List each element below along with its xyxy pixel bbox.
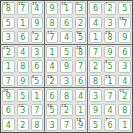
cage-sum-label: 21 — [32, 2, 37, 6]
cell-r2c5[interactable]: 6 — [59, 16, 74, 31]
cell-r6c5[interactable]: 3 — [59, 74, 74, 89]
cell-r8c5[interactable]: 232 — [59, 103, 74, 118]
solution-digit: 1 — [20, 18, 25, 28]
cell-box: 123 — [17, 104, 30, 117]
cell-box: 102 — [118, 89, 131, 102]
cell-box: 3 — [118, 60, 131, 73]
cell-r1c3[interactable]: 214 — [30, 1, 45, 16]
cage-sum-label: 5 — [32, 31, 35, 35]
cell-r6c9[interactable]: 4 — [117, 74, 132, 89]
cage-sum-label: 17 — [18, 2, 23, 6]
cage-sum-label: 24 — [3, 89, 8, 93]
cell-box: 3 — [89, 89, 102, 102]
cell-r4c5[interactable]: 5 — [59, 45, 74, 60]
cell-box: 1 — [46, 46, 59, 59]
cell-box: 1 — [2, 60, 15, 73]
cell-r4c3[interactable]: 3 — [30, 45, 45, 60]
cell-r3c7[interactable]: 1 — [88, 30, 103, 45]
cell-r3c6[interactable]: 305 — [74, 30, 89, 45]
cell-r8c6[interactable]: 1 — [74, 103, 89, 118]
solution-digit: 3 — [49, 120, 54, 130]
cell-r3c9[interactable]: 9 — [117, 30, 132, 45]
cell-r9c2[interactable]: 2 — [16, 117, 31, 132]
cell-box: 4 — [104, 104, 117, 117]
cell-box: 177 — [46, 31, 59, 43]
cell-r6c6[interactable]: 6 — [74, 74, 89, 89]
cell-r6c3[interactable]: 65 — [30, 74, 45, 89]
cell-box: 238 — [2, 2, 15, 15]
cell-box: 7 — [31, 104, 43, 117]
solution-digit: 5 — [34, 76, 39, 86]
solution-digit: 6 — [49, 91, 54, 101]
cell-r9c4[interactable]: 3 — [45, 117, 60, 132]
cell-r9c1[interactable]: 4 — [1, 117, 16, 132]
solution-digit: 9 — [122, 32, 127, 42]
cell-box: 9 — [89, 104, 102, 117]
cell-r8c4[interactable]: 165 — [45, 103, 60, 118]
cell-box: 2 — [17, 118, 30, 131]
cell-r1c2[interactable]: 177 — [16, 1, 31, 16]
solution-digit: 5 — [122, 3, 127, 13]
solution-digit: 4 — [122, 76, 127, 86]
solution-digit: 4 — [6, 120, 11, 130]
cell-box: 76 — [104, 118, 117, 131]
cell-r1c1[interactable]: 238 — [1, 1, 16, 16]
solution-digit: 7 — [108, 91, 113, 101]
cage-sum-label: 24 — [76, 46, 81, 50]
cell-r6c4[interactable]: 192 — [45, 74, 60, 89]
cell-r7c5[interactable]: 8 — [59, 88, 74, 103]
cell-r1c7[interactable]: 6 — [88, 1, 103, 16]
cage-sum-label: 16 — [119, 17, 124, 21]
cell-box: 167 — [118, 17, 131, 30]
cell-r1c9[interactable]: 5 — [117, 1, 132, 16]
cell-r4c7[interactable]: 7 — [88, 45, 103, 60]
cell-r3c2[interactable]: 6 — [16, 30, 31, 45]
solution-digit: 1 — [34, 91, 39, 101]
solution-digit: 9 — [20, 76, 25, 86]
cell-box: 6 — [118, 46, 131, 59]
cell-r2c7[interactable]: 4 — [88, 16, 103, 31]
cell-box: 5 — [17, 89, 30, 102]
cell-r2c8[interactable]: 3 — [103, 16, 118, 31]
cage-sum-label: 7 — [105, 2, 108, 6]
solution-digit: 7 — [64, 120, 69, 130]
cell-box: 85 — [104, 60, 117, 73]
cell-box: 214 — [31, 2, 43, 15]
solution-digit: 2 — [93, 61, 98, 71]
solution-digit: 6 — [78, 76, 83, 86]
cell-box: 8 — [46, 17, 59, 30]
cell-r5c8[interactable]: 85 — [103, 59, 118, 74]
cell-box: 2 — [75, 17, 87, 30]
solution-digit: 1 — [49, 47, 54, 57]
cell-box: 4 — [75, 89, 87, 102]
solution-digit: 5 — [64, 47, 69, 57]
cell-box: 2 — [89, 60, 102, 73]
solution-digit: 1 — [93, 32, 98, 42]
killer-sudoku-board: 2381772149151636725519862431673652177430… — [0, 0, 133, 133]
cell-r9c3[interactable]: 8 — [30, 117, 45, 132]
cell-r4c6[interactable]: 248 — [74, 45, 89, 60]
cell-box: 3 — [104, 17, 117, 30]
cell-r5c6[interactable]: 7 — [74, 59, 89, 74]
cell-box: 5 — [89, 118, 102, 131]
solution-digit: 8 — [20, 61, 25, 71]
cell-box: 52 — [31, 31, 43, 43]
cell-box: 8 — [89, 75, 102, 87]
cell-r4c2[interactable]: 4 — [16, 45, 31, 60]
cell-r5c3[interactable]: 6 — [30, 59, 45, 74]
cell-r5c5[interactable]: 9 — [59, 59, 74, 74]
cell-box: 6 — [60, 17, 73, 30]
solution-digit: 3 — [34, 47, 39, 57]
cell-box: 5 — [118, 2, 131, 15]
cell-box: 1 — [17, 17, 30, 30]
solution-digit: 5 — [20, 91, 25, 101]
solution-digit: 9 — [108, 47, 113, 57]
cell-r7c4[interactable]: 6 — [45, 88, 60, 103]
cell-box: 249 — [2, 89, 15, 102]
cell-r5c4[interactable]: 4 — [45, 59, 60, 74]
solution-digit: 5 — [6, 18, 11, 28]
solution-digit: 7 — [6, 76, 11, 86]
cell-r8c9[interactable]: 8 — [117, 103, 132, 118]
cell-box: 131 — [104, 75, 117, 87]
solution-digit: 5 — [93, 120, 98, 130]
solution-digit: 8 — [34, 120, 39, 130]
solution-digit: 2 — [20, 120, 25, 130]
cell-r4c8[interactable]: 9 — [103, 45, 118, 60]
cell-r5c9[interactable]: 3 — [117, 59, 132, 74]
cell-r7c1[interactable]: 249 — [1, 88, 16, 103]
solution-digit: 4 — [108, 105, 113, 115]
cell-r6c8[interactable]: 131 — [103, 74, 118, 89]
cage-sum-label: 14 — [76, 118, 81, 122]
cage-sum-label: 8 — [105, 60, 108, 64]
solution-digit: 6 — [20, 32, 25, 42]
solution-digit: 3 — [78, 3, 83, 13]
cell-r8c2[interactable]: 123 — [16, 103, 31, 118]
solution-digit: 8 — [49, 18, 54, 28]
cage-sum-label: 16 — [47, 104, 52, 108]
cell-r1c4[interactable]: 9 — [45, 1, 60, 16]
cell-box: 1 — [75, 104, 87, 117]
cell-r1c6[interactable]: 63 — [74, 1, 89, 16]
cell-box: 305 — [75, 31, 87, 43]
cell-box: 5 — [60, 46, 73, 59]
cell-r8c7[interactable]: 9 — [88, 103, 103, 118]
cell-r5c1[interactable]: 1 — [1, 59, 16, 74]
cage-sum-label: 30 — [76, 31, 81, 35]
solution-digit: 6 — [93, 3, 98, 13]
cell-box: 72 — [104, 2, 117, 15]
cell-box: 3 — [2, 31, 15, 43]
cell-box: 6 — [89, 2, 102, 15]
cell-r2c3[interactable]: 9 — [30, 16, 45, 31]
solution-digit: 3 — [108, 18, 113, 28]
cell-box: 232 — [60, 104, 73, 117]
cell-box: 149 — [75, 118, 87, 131]
solution-digit: 6 — [6, 105, 11, 115]
cage-sum-label: 12 — [18, 104, 23, 108]
cell-box: 1 — [31, 89, 43, 102]
solution-digit: 1 — [78, 105, 83, 115]
cell-r2c6[interactable]: 2 — [74, 16, 89, 31]
cell-r1c5[interactable]: 151 — [59, 1, 74, 16]
cell-r3c5[interactable]: 4 — [59, 30, 74, 45]
solution-digit: 2 — [108, 3, 113, 13]
cell-r8c8[interactable]: 4 — [103, 103, 118, 118]
solution-digit: 4 — [78, 91, 83, 101]
cell-box: 3 — [31, 46, 43, 59]
cell-box: 9 — [31, 17, 43, 30]
cell-box: 177 — [17, 2, 30, 15]
cage-sum-label: 23 — [3, 2, 8, 6]
solution-digit: 7 — [93, 47, 98, 57]
cell-r8c1[interactable]: 6 — [1, 103, 16, 118]
cage-sum-label: 17 — [47, 31, 52, 35]
cell-r7c2[interactable]: 5 — [16, 88, 31, 103]
cell-r9c7[interactable]: 5 — [88, 117, 103, 132]
cell-r3c4[interactable]: 177 — [45, 30, 60, 45]
cell-box: 65 — [31, 75, 43, 87]
solution-digit: 2 — [78, 18, 83, 28]
cage-sum-label: 27 — [3, 46, 8, 50]
cell-r7c6[interactable]: 4 — [74, 88, 89, 103]
cell-r4c4[interactable]: 1 — [45, 45, 60, 60]
cell-box: 4 — [46, 60, 59, 73]
cell-box: 272 — [2, 46, 15, 59]
cage-sum-label: 6 — [76, 2, 79, 6]
cell-r7c7[interactable]: 3 — [88, 88, 103, 103]
solution-digit: 4 — [49, 61, 54, 71]
cell-box: 7 — [75, 60, 87, 73]
cell-r3c1[interactable]: 3 — [1, 30, 16, 45]
cell-box: 6 — [75, 75, 87, 87]
cell-box: 165 — [46, 104, 59, 117]
solution-digit: 3 — [122, 61, 127, 71]
cage-sum-label: 23 — [105, 31, 110, 35]
cell-box: 3 — [46, 118, 59, 131]
cell-box: 4 — [89, 17, 102, 30]
cell-r7c9[interactable]: 102 — [117, 88, 132, 103]
cell-box: 151 — [60, 2, 73, 15]
cell-r8c3[interactable]: 7 — [30, 103, 45, 118]
cage-sum-label: 15 — [61, 2, 66, 6]
cell-r6c7[interactable]: 8 — [88, 74, 103, 89]
cell-r3c3[interactable]: 52 — [30, 30, 45, 45]
cell-box: 9 — [104, 46, 117, 59]
solution-digit: 9 — [93, 105, 98, 115]
solution-digit: 9 — [64, 61, 69, 71]
cage-sum-label: 13 — [105, 75, 110, 79]
cell-r5c2[interactable]: 8 — [16, 59, 31, 74]
cell-box: 7 — [2, 75, 15, 87]
solution-digit: 6 — [122, 47, 127, 57]
cell-box: 9 — [17, 75, 30, 87]
cage-sum-label: 23 — [61, 104, 66, 108]
cell-r3c8[interactable]: 238 — [103, 30, 118, 45]
solution-digit: 4 — [64, 32, 69, 42]
cell-r2c9[interactable]: 167 — [117, 16, 132, 31]
solution-digit: 8 — [122, 105, 127, 115]
cell-box: 6 — [17, 31, 30, 43]
cell-box: 7 — [104, 89, 117, 102]
solution-digit: 4 — [20, 47, 25, 57]
solution-digit: 1 — [6, 61, 11, 71]
cell-r1c8[interactable]: 72 — [103, 1, 118, 16]
cell-box: 8 — [118, 104, 131, 117]
solution-digit: 3 — [93, 91, 98, 101]
cell-r7c8[interactable]: 7 — [103, 88, 118, 103]
cage-sum-label: 6 — [32, 75, 35, 79]
cell-box: 6 — [31, 60, 43, 73]
cage-sum-label: 19 — [47, 75, 52, 79]
solution-digit: 6 — [34, 61, 39, 71]
cell-r2c1[interactable]: 5 — [1, 16, 16, 31]
cage-sum-label: 10 — [119, 89, 124, 93]
cell-box: 4 — [60, 31, 73, 43]
cell-box: 63 — [75, 2, 87, 15]
cell-box: 9 — [118, 31, 131, 43]
solution-digit: 8 — [93, 76, 98, 86]
cell-r7c3[interactable]: 1 — [30, 88, 45, 103]
cell-box: 5 — [2, 17, 15, 30]
cell-box: 7 — [60, 118, 73, 131]
solution-digit: 4 — [93, 18, 98, 28]
cell-box: 8 — [31, 118, 43, 131]
cell-box: 8 — [17, 60, 30, 73]
cell-box: 192 — [46, 75, 59, 87]
solution-digit: 8 — [64, 91, 69, 101]
cell-r9c8[interactable]: 76 — [103, 117, 118, 132]
solution-digit: 1 — [122, 120, 127, 130]
cell-box: 1 — [118, 118, 131, 131]
solution-digit: 3 — [64, 76, 69, 86]
solution-digit: 3 — [6, 32, 11, 42]
solution-digit: 6 — [64, 18, 69, 28]
cell-box: 4 — [2, 118, 15, 131]
cell-box: 8 — [60, 89, 73, 102]
cell-r2c2[interactable]: 1 — [16, 16, 31, 31]
cell-r4c1[interactable]: 272 — [1, 45, 16, 60]
cell-r5c7[interactable]: 2 — [88, 59, 103, 74]
solution-digit: 7 — [78, 61, 83, 71]
cell-box: 248 — [75, 46, 87, 59]
cell-box: 238 — [104, 31, 117, 43]
cell-box: 9 — [46, 2, 59, 15]
cell-r9c6[interactable]: 149 — [74, 117, 89, 132]
cage-sum-label: 7 — [105, 118, 108, 122]
solution-digit: 9 — [49, 3, 54, 13]
cell-box: 4 — [118, 75, 131, 87]
solution-digit: 5 — [108, 61, 113, 71]
cell-box: 4 — [17, 46, 30, 59]
solution-digit: 9 — [34, 18, 39, 28]
solution-digit: 7 — [34, 105, 39, 115]
solution-digit: 6 — [108, 120, 113, 130]
cell-box: 1 — [89, 31, 102, 43]
cell-box: 9 — [60, 60, 73, 73]
cell-r4c9[interactable]: 6 — [117, 45, 132, 60]
solution-digit: 2 — [34, 32, 39, 42]
cell-box: 7 — [89, 46, 102, 59]
cell-r2c4[interactable]: 8 — [45, 16, 60, 31]
cell-r9c5[interactable]: 7 — [59, 117, 74, 132]
cell-r6c2[interactable]: 9 — [16, 74, 31, 89]
cell-box: 3 — [60, 75, 73, 87]
cell-r6c1[interactable]: 7 — [1, 74, 16, 89]
cell-r9c9[interactable]: 1 — [117, 117, 132, 132]
cell-box: 6 — [46, 89, 59, 102]
cell-box: 6 — [2, 104, 15, 117]
